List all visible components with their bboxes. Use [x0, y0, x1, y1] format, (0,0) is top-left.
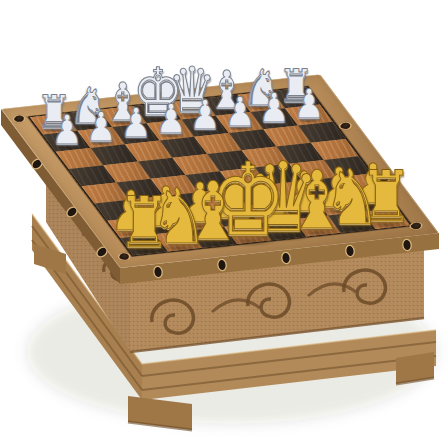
teardrop-inlay	[119, 253, 130, 260]
teardrop-inlay	[13, 115, 25, 123]
teardrop-inlay	[339, 122, 352, 130]
teardrop-inlay	[409, 222, 422, 230]
chess-set-scene: ♜♞♝♚♛♝♞♜♟♟♟♟♟♟♟♟♟♟♟♟♟♟♟♟♜♞♝♚♛♝♞♜	[0, 0, 448, 448]
